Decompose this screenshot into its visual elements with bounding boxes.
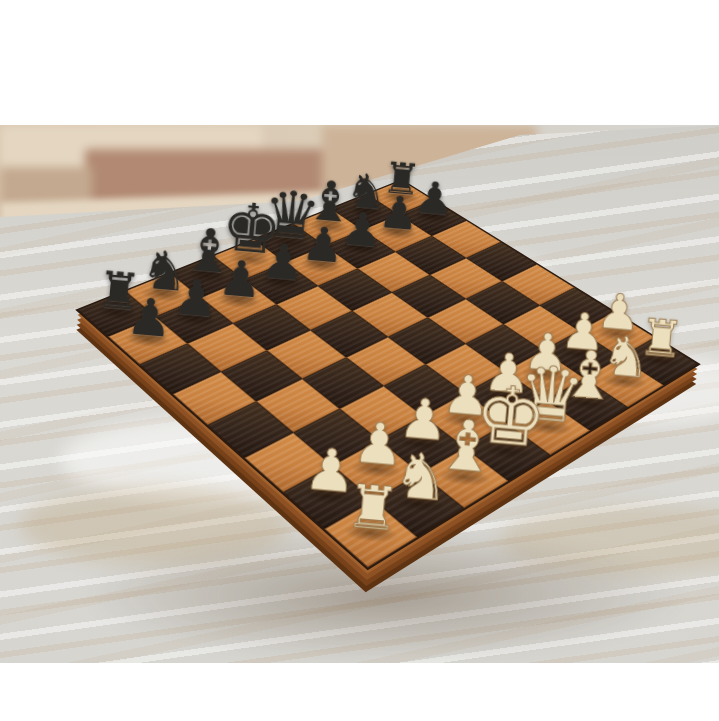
pieces-layer: ♜♟♞♟♝♟♛♟♚♟♝♟♟♞♜♟♟♜♞♟♟♝♟♛♟♚♟♝♟♞♟♜ [0, 125, 719, 663]
pawn-glyph: ♟ [300, 220, 346, 270]
pawn-glyph: ♟ [339, 204, 384, 253]
pawn-glyph: ♟ [125, 290, 175, 345]
board-scene: ♜♟♞♟♝♟♛♟♚♟♝♟♟♞♜♟♟♜♞♟♟♝♟♛♟♚♟♝♟♞♟♜ [0, 125, 719, 663]
photo-frame: ♜♟♞♟♝♟♛♟♚♟♝♟♟♞♜♟♟♜♞♟♟♝♟♛♟♚♟♝♟♞♟♜ [0, 125, 719, 663]
rook-glyph: ♜ [344, 474, 403, 538]
pawn-glyph: ♟ [172, 271, 221, 325]
pawn-glyph: ♟ [259, 236, 306, 288]
pawn-glyph: ♟ [216, 253, 264, 306]
